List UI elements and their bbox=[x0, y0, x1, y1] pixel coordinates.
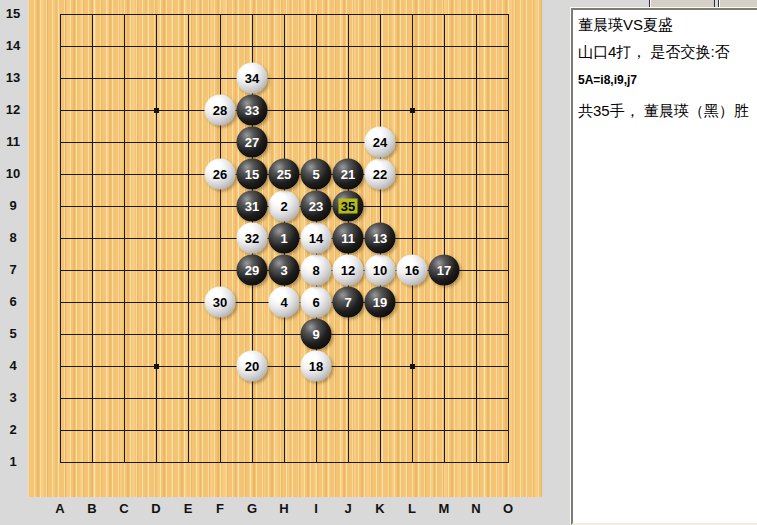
col-label-L: L bbox=[402, 501, 422, 516]
move-number: 3 bbox=[280, 264, 287, 277]
move-number: 9 bbox=[312, 328, 319, 341]
stone-20-white-G4[interactable]: 20 bbox=[237, 351, 268, 382]
star-point-D4 bbox=[154, 364, 159, 369]
stone-34-white-G13[interactable]: 34 bbox=[237, 63, 268, 94]
move-number: 4 bbox=[280, 296, 287, 309]
move-number: 17 bbox=[437, 264, 451, 277]
move-number: 28 bbox=[213, 104, 227, 117]
stone-5-black-I10[interactable]: 5 bbox=[301, 159, 332, 190]
move-number: 8 bbox=[312, 264, 319, 277]
stone-32-white-G8[interactable]: 32 bbox=[237, 223, 268, 254]
game-title: 董晨瑛VS夏盛 bbox=[578, 16, 673, 35]
result-info: 共35手， 董晨瑛（黑）胜 bbox=[578, 102, 749, 121]
row-label-10: 10 bbox=[0, 166, 26, 181]
move-number: 22 bbox=[373, 168, 387, 181]
row-label-8: 8 bbox=[0, 230, 26, 245]
stone-23-black-I9[interactable]: 23 bbox=[301, 191, 332, 222]
stone-8-white-I7[interactable]: 8 bbox=[301, 255, 332, 286]
stone-26-white-F10[interactable]: 26 bbox=[205, 159, 236, 190]
stone-21-black-J10[interactable]: 21 bbox=[333, 159, 364, 190]
col-label-I: I bbox=[306, 501, 326, 516]
move-number: 31 bbox=[245, 200, 259, 213]
row-label-15: 15 bbox=[0, 6, 26, 21]
col-label-N: N bbox=[466, 501, 486, 516]
row-label-4: 4 bbox=[0, 358, 26, 373]
move-number: 15 bbox=[245, 168, 259, 181]
stone-4-white-H6[interactable]: 4 bbox=[269, 287, 300, 318]
move-number: 1 bbox=[280, 232, 287, 245]
move-number: 19 bbox=[373, 296, 387, 309]
move-number: 27 bbox=[245, 136, 259, 149]
col-label-F: F bbox=[210, 501, 230, 516]
row-label-12: 12 bbox=[0, 102, 26, 117]
swap-info: 山口4打， 是否交换:否 bbox=[578, 43, 730, 62]
move-number: 23 bbox=[309, 200, 323, 213]
stone-17-black-M7[interactable]: 17 bbox=[429, 255, 460, 286]
col-label-D: D bbox=[146, 501, 166, 516]
move-number: 18 bbox=[309, 360, 323, 373]
row-label-3: 3 bbox=[0, 390, 26, 405]
stone-7-black-J6[interactable]: 7 bbox=[333, 287, 364, 318]
row-label-5: 5 bbox=[0, 326, 26, 341]
stone-16-white-L7[interactable]: 16 bbox=[397, 255, 428, 286]
col-label-K: K bbox=[370, 501, 390, 516]
fifth-move-alternatives: 5A=i8,i9,j7 bbox=[578, 73, 637, 87]
move-number: 11 bbox=[341, 232, 355, 245]
col-label-A: A bbox=[50, 501, 70, 516]
stone-30-white-F6[interactable]: 30 bbox=[205, 287, 236, 318]
stone-11-black-J8[interactable]: 11 bbox=[333, 223, 364, 254]
row-label-6: 6 bbox=[0, 294, 26, 309]
stone-9-black-I5[interactable]: 9 bbox=[301, 319, 332, 350]
col-label-E: E bbox=[178, 501, 198, 516]
move-number: 24 bbox=[373, 136, 387, 149]
stone-1-black-H8[interactable]: 1 bbox=[269, 223, 300, 254]
stone-35-black-J9[interactable]: 35 bbox=[333, 191, 364, 222]
move-number: 10 bbox=[373, 264, 387, 277]
move-number: 30 bbox=[213, 296, 227, 309]
col-label-C: C bbox=[114, 501, 134, 516]
row-label-9: 9 bbox=[0, 198, 26, 213]
row-label-11: 11 bbox=[0, 134, 26, 149]
app-window: 1234567891011121314151617181920212223242… bbox=[0, 0, 757, 525]
move-number: 12 bbox=[341, 264, 355, 277]
move-number: 29 bbox=[245, 264, 259, 277]
stone-2-white-H9[interactable]: 2 bbox=[269, 191, 300, 222]
stone-12-white-J7[interactable]: 12 bbox=[333, 255, 364, 286]
move-number: 34 bbox=[245, 72, 259, 85]
star-point-L4 bbox=[410, 364, 415, 369]
star-point-L12 bbox=[410, 108, 415, 113]
stone-15-black-G10[interactable]: 15 bbox=[237, 159, 268, 190]
col-label-G: G bbox=[242, 501, 262, 516]
move-number: 26 bbox=[213, 168, 227, 181]
col-label-J: J bbox=[338, 501, 358, 516]
info-panel: 董晨瑛VS夏盛 山口4打， 是否交换:否 5A=i8,i9,j7 共35手， 董… bbox=[571, 8, 757, 525]
move-number: 2 bbox=[280, 200, 287, 213]
stone-29-black-G7[interactable]: 29 bbox=[237, 255, 268, 286]
move-number: 20 bbox=[245, 360, 259, 373]
move-number: 32 bbox=[245, 232, 259, 245]
stone-24-white-K11[interactable]: 24 bbox=[365, 127, 396, 158]
move-number: 21 bbox=[341, 168, 355, 181]
last-move-number: 35 bbox=[339, 199, 357, 214]
stone-10-white-K7[interactable]: 10 bbox=[365, 255, 396, 286]
col-label-M: M bbox=[434, 501, 454, 516]
stone-25-black-H10[interactable]: 25 bbox=[269, 159, 300, 190]
stone-27-black-G11[interactable]: 27 bbox=[237, 127, 268, 158]
col-label-H: H bbox=[274, 501, 294, 516]
move-number: 6 bbox=[312, 296, 319, 309]
col-label-O: O bbox=[498, 501, 518, 516]
stone-22-white-K10[interactable]: 22 bbox=[365, 159, 396, 190]
row-label-7: 7 bbox=[0, 262, 26, 277]
row-label-2: 2 bbox=[0, 422, 26, 437]
move-number: 13 bbox=[373, 232, 387, 245]
stone-13-black-K8[interactable]: 13 bbox=[365, 223, 396, 254]
stone-28-white-F12[interactable]: 28 bbox=[205, 95, 236, 126]
star-point-D12 bbox=[154, 108, 159, 113]
row-label-13: 13 bbox=[0, 70, 26, 85]
stone-6-white-I6[interactable]: 6 bbox=[301, 287, 332, 318]
move-number: 16 bbox=[405, 264, 419, 277]
stone-19-black-K6[interactable]: 19 bbox=[365, 287, 396, 318]
move-number: 25 bbox=[277, 168, 291, 181]
move-number: 14 bbox=[309, 232, 323, 245]
stone-31-black-G9[interactable]: 31 bbox=[237, 191, 268, 222]
col-label-B: B bbox=[82, 501, 102, 516]
stone-14-white-I8[interactable]: 14 bbox=[301, 223, 332, 254]
stone-33-black-G12[interactable]: 33 bbox=[237, 95, 268, 126]
stone-18-white-I4[interactable]: 18 bbox=[301, 351, 332, 382]
row-label-1: 1 bbox=[0, 454, 26, 469]
move-number: 7 bbox=[344, 296, 351, 309]
stone-3-black-H7[interactable]: 3 bbox=[269, 255, 300, 286]
move-number: 33 bbox=[245, 104, 259, 117]
move-number: 5 bbox=[312, 168, 319, 181]
row-label-14: 14 bbox=[0, 38, 26, 53]
